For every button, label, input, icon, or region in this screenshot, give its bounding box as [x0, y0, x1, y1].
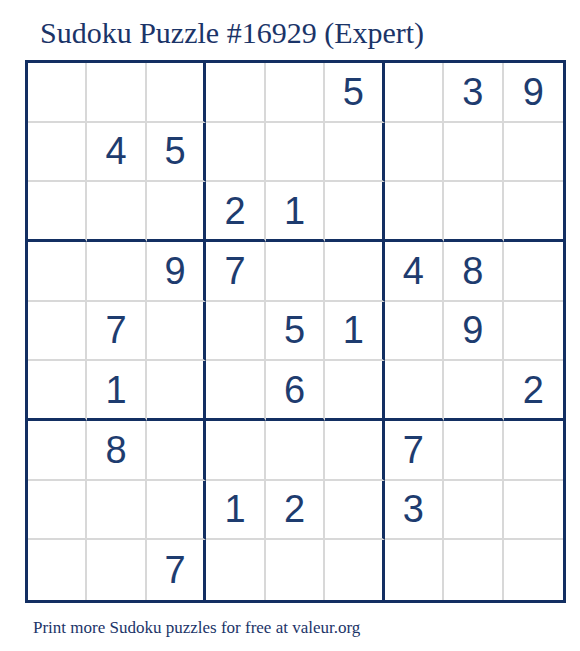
sudoku-cell-r1c7[interactable] — [385, 63, 444, 123]
sudoku-cell-r9c4[interactable] — [206, 540, 265, 600]
sudoku-cell-r6c7[interactable] — [385, 361, 444, 421]
sudoku-cell-r7c6[interactable] — [325, 421, 384, 481]
sudoku-cell-r5c2[interactable]: 7 — [87, 302, 146, 362]
sudoku-cell-r9c2[interactable] — [87, 540, 146, 600]
footer-text: Print more Sudoku puzzles for free at va… — [33, 618, 360, 638]
sudoku-cell-r2c3[interactable]: 5 — [147, 123, 206, 183]
sudoku-cell-r4c5[interactable] — [266, 242, 325, 302]
sudoku-cell-r3c6[interactable] — [325, 182, 384, 242]
sudoku-cell-r6c2[interactable]: 1 — [87, 361, 146, 421]
sudoku-cell-r7c1[interactable] — [28, 421, 87, 481]
sudoku-cell-r9c8[interactable] — [444, 540, 503, 600]
sudoku-cell-r2c8[interactable] — [444, 123, 503, 183]
sudoku-cell-r8c3[interactable] — [147, 481, 206, 541]
sudoku-cell-r3c8[interactable] — [444, 182, 503, 242]
sudoku-cell-r8c4[interactable]: 1 — [206, 481, 265, 541]
sudoku-cell-r8c2[interactable] — [87, 481, 146, 541]
sudoku-cell-r6c5[interactable]: 6 — [266, 361, 325, 421]
sudoku-cell-r6c1[interactable] — [28, 361, 87, 421]
sudoku-cell-r1c5[interactable] — [266, 63, 325, 123]
sudoku-cell-r4c8[interactable]: 8 — [444, 242, 503, 302]
sudoku-cell-r1c1[interactable] — [28, 63, 87, 123]
sudoku-cell-r5c1[interactable] — [28, 302, 87, 362]
sudoku-cell-r7c7[interactable]: 7 — [385, 421, 444, 481]
sudoku-cell-r6c9[interactable]: 2 — [504, 361, 563, 421]
sudoku-cell-r1c2[interactable] — [87, 63, 146, 123]
sudoku-cell-r3c4[interactable]: 2 — [206, 182, 265, 242]
sudoku-cell-r5c7[interactable] — [385, 302, 444, 362]
sudoku-cell-r9c6[interactable] — [325, 540, 384, 600]
sudoku-cell-r4c9[interactable] — [504, 242, 563, 302]
sudoku-cell-r8c9[interactable] — [504, 481, 563, 541]
sudoku-cell-r8c5[interactable]: 2 — [266, 481, 325, 541]
sudoku-cell-r9c7[interactable] — [385, 540, 444, 600]
sudoku-cell-r5c3[interactable] — [147, 302, 206, 362]
sudoku-cell-r3c5[interactable]: 1 — [266, 182, 325, 242]
sudoku-cell-r6c8[interactable] — [444, 361, 503, 421]
sudoku-cell-r5c9[interactable] — [504, 302, 563, 362]
sudoku-cell-r4c3[interactable]: 9 — [147, 242, 206, 302]
sudoku-cell-r1c9[interactable]: 9 — [504, 63, 563, 123]
sudoku-cell-r2c1[interactable] — [28, 123, 87, 183]
sudoku-cell-r2c7[interactable] — [385, 123, 444, 183]
sudoku-cell-r2c9[interactable] — [504, 123, 563, 183]
sudoku-cell-r3c9[interactable] — [504, 182, 563, 242]
sudoku-cell-r1c4[interactable] — [206, 63, 265, 123]
sudoku-cell-r3c7[interactable] — [385, 182, 444, 242]
sudoku-cell-r9c9[interactable] — [504, 540, 563, 600]
sudoku-cell-r2c2[interactable]: 4 — [87, 123, 146, 183]
sudoku-cell-r7c3[interactable] — [147, 421, 206, 481]
sudoku-cell-r1c6[interactable]: 5 — [325, 63, 384, 123]
sudoku-page: Sudoku Puzzle #16929 (Expert) 5394521974… — [0, 0, 580, 651]
sudoku-cell-r5c5[interactable]: 5 — [266, 302, 325, 362]
sudoku-cell-r3c1[interactable] — [28, 182, 87, 242]
sudoku-cell-r7c5[interactable] — [266, 421, 325, 481]
sudoku-cell-r6c4[interactable] — [206, 361, 265, 421]
sudoku-cell-r5c4[interactable] — [206, 302, 265, 362]
sudoku-cell-r4c2[interactable] — [87, 242, 146, 302]
sudoku-cell-r9c5[interactable] — [266, 540, 325, 600]
sudoku-cell-r4c7[interactable]: 4 — [385, 242, 444, 302]
sudoku-cell-r6c3[interactable] — [147, 361, 206, 421]
sudoku-cell-r8c1[interactable] — [28, 481, 87, 541]
sudoku-cell-r7c9[interactable] — [504, 421, 563, 481]
sudoku-cell-r7c4[interactable] — [206, 421, 265, 481]
sudoku-cell-r8c6[interactable] — [325, 481, 384, 541]
sudoku-cell-r2c6[interactable] — [325, 123, 384, 183]
sudoku-cell-r4c6[interactable] — [325, 242, 384, 302]
sudoku-cell-r9c3[interactable]: 7 — [147, 540, 206, 600]
sudoku-cell-r4c1[interactable] — [28, 242, 87, 302]
sudoku-cell-r2c5[interactable] — [266, 123, 325, 183]
sudoku-cell-r3c3[interactable] — [147, 182, 206, 242]
sudoku-cell-r8c8[interactable] — [444, 481, 503, 541]
sudoku-cell-r8c7[interactable]: 3 — [385, 481, 444, 541]
sudoku-cell-r3c2[interactable] — [87, 182, 146, 242]
sudoku-cell-r1c8[interactable]: 3 — [444, 63, 503, 123]
sudoku-cell-r7c8[interactable] — [444, 421, 503, 481]
sudoku-cell-r7c2[interactable]: 8 — [87, 421, 146, 481]
sudoku-cell-r4c4[interactable]: 7 — [206, 242, 265, 302]
sudoku-cell-r5c8[interactable]: 9 — [444, 302, 503, 362]
sudoku-board: 539452197487519162871237 — [25, 60, 566, 603]
sudoku-cell-r5c6[interactable]: 1 — [325, 302, 384, 362]
sudoku-cell-r9c1[interactable] — [28, 540, 87, 600]
sudoku-cell-r2c4[interactable] — [206, 123, 265, 183]
page-title: Sudoku Puzzle #16929 (Expert) — [40, 16, 424, 50]
sudoku-cell-r6c6[interactable] — [325, 361, 384, 421]
sudoku-cell-r1c3[interactable] — [147, 63, 206, 123]
